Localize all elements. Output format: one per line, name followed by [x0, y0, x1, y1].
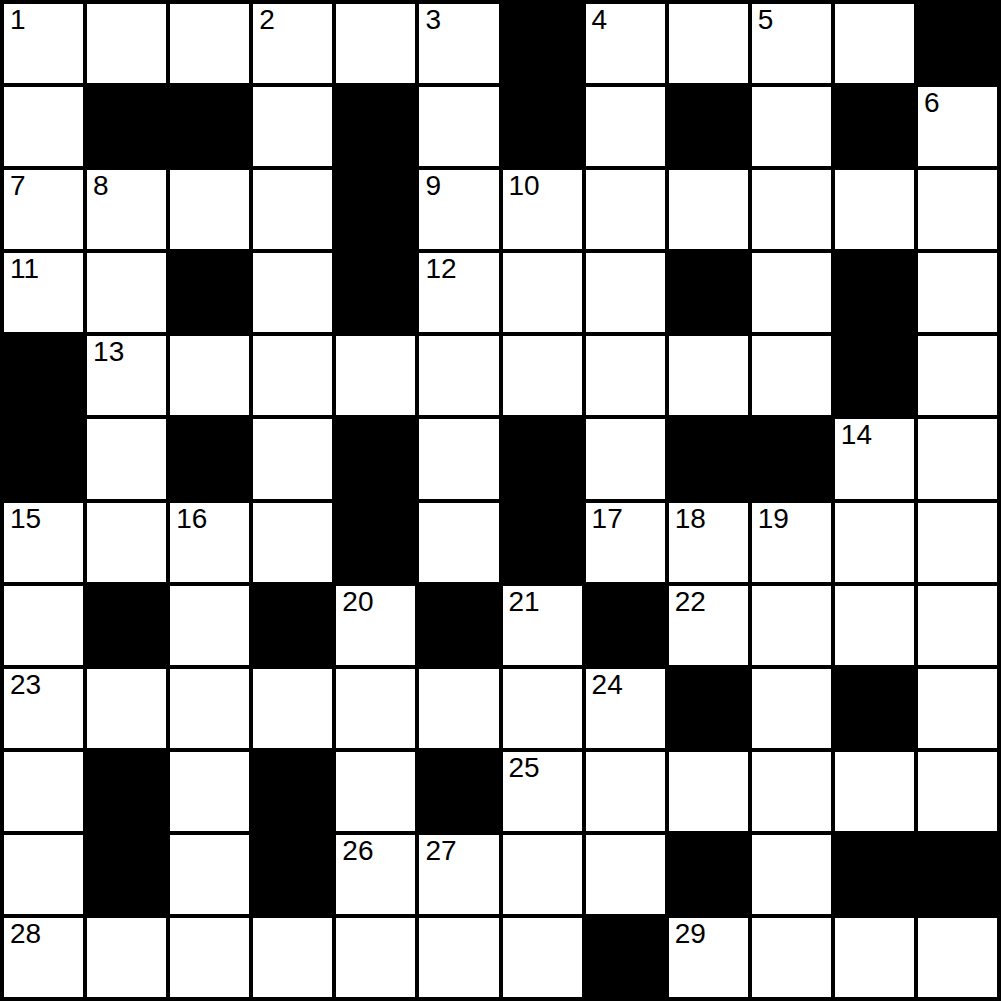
white-cell-r4c4[interactable] — [253, 253, 332, 332]
white-cell-r8c7[interactable]: 21 — [503, 586, 582, 665]
black-cell-r9c9 — [669, 669, 748, 748]
black-cell-r2c7 — [503, 87, 582, 166]
white-cell-r3c4[interactable] — [253, 170, 332, 249]
clue-number-28: 28 — [10, 919, 41, 950]
white-cell-r4c1[interactable]: 11 — [4, 253, 83, 332]
clue-number-19: 19 — [758, 504, 789, 535]
white-cell-r10c10[interactable] — [752, 752, 831, 831]
white-cell-r8c10[interactable] — [752, 586, 831, 665]
white-cell-r2c8[interactable] — [586, 87, 665, 166]
white-cell-r5c5[interactable] — [336, 336, 415, 415]
white-cell-r3c1[interactable]: 7 — [4, 170, 83, 249]
white-cell-r7c1[interactable]: 15 — [4, 503, 83, 582]
clue-number-29: 29 — [675, 919, 706, 950]
black-cell-r5c11 — [835, 336, 914, 415]
clue-number-12: 12 — [425, 254, 456, 285]
white-cell-r12c9[interactable]: 29 — [669, 918, 748, 997]
white-cell-r10c8[interactable] — [586, 752, 665, 831]
black-cell-r7c7 — [503, 503, 582, 582]
clue-number-11: 11 — [10, 254, 39, 285]
white-cell-r3c9[interactable] — [669, 170, 748, 249]
black-cell-r8c4 — [253, 586, 332, 665]
clue-number-25: 25 — [509, 753, 540, 784]
white-cell-r1c9[interactable] — [669, 4, 748, 83]
black-cell-r4c9 — [669, 253, 748, 332]
clue-number-4: 4 — [592, 5, 608, 36]
white-cell-r8c9[interactable]: 22 — [669, 586, 748, 665]
white-cell-r9c1[interactable]: 23 — [4, 669, 83, 748]
white-cell-r5c9[interactable] — [669, 336, 748, 415]
white-cell-r9c3[interactable] — [170, 669, 249, 748]
white-cell-r10c3[interactable] — [170, 752, 249, 831]
white-cell-r6c12[interactable] — [918, 419, 997, 498]
white-cell-r3c6[interactable]: 9 — [419, 170, 498, 249]
black-cell-r2c3 — [170, 87, 249, 166]
white-cell-r11c1[interactable] — [4, 835, 83, 914]
white-cell-r1c2[interactable] — [87, 4, 166, 83]
crossword-board: 1234567891011121314151617181920212223242… — [0, 0, 1001, 1001]
white-cell-r9c2[interactable] — [87, 669, 166, 748]
white-cell-r5c2[interactable]: 13 — [87, 336, 166, 415]
white-cell-r7c6[interactable] — [419, 503, 498, 582]
white-cell-r12c12[interactable] — [918, 918, 997, 997]
white-cell-r10c1[interactable] — [4, 752, 83, 831]
white-cell-r4c7[interactable] — [503, 253, 582, 332]
black-cell-r10c6 — [419, 752, 498, 831]
white-cell-r11c3[interactable] — [170, 835, 249, 914]
clue-number-6: 6 — [924, 88, 940, 119]
black-cell-r8c8 — [586, 586, 665, 665]
clue-number-16: 16 — [176, 504, 207, 535]
black-cell-r2c11 — [835, 87, 914, 166]
white-cell-r10c5[interactable] — [336, 752, 415, 831]
white-cell-r11c10[interactable] — [752, 835, 831, 914]
clue-number-5: 5 — [758, 5, 774, 36]
black-cell-r3c5 — [336, 170, 415, 249]
black-cell-r12c8 — [586, 918, 665, 997]
white-cell-r8c3[interactable] — [170, 586, 249, 665]
white-cell-r1c3[interactable] — [170, 4, 249, 83]
white-cell-r12c5[interactable] — [336, 918, 415, 997]
clue-number-22: 22 — [675, 587, 706, 618]
white-cell-r8c1[interactable] — [4, 586, 83, 665]
clue-number-7: 7 — [10, 171, 26, 202]
clue-number-13: 13 — [93, 337, 124, 368]
white-cell-r3c2[interactable]: 8 — [87, 170, 166, 249]
black-cell-r11c4 — [253, 835, 332, 914]
black-cell-r8c2 — [87, 586, 166, 665]
black-cell-r6c1 — [4, 419, 83, 498]
white-cell-r10c7[interactable]: 25 — [503, 752, 582, 831]
black-cell-r9c11 — [835, 669, 914, 748]
white-cell-r3c10[interactable] — [752, 170, 831, 249]
white-cell-r9c6[interactable] — [419, 669, 498, 748]
white-cell-r7c3[interactable]: 16 — [170, 503, 249, 582]
black-cell-r6c9 — [669, 419, 748, 498]
clue-number-26: 26 — [342, 836, 373, 867]
white-cell-r8c12[interactable] — [918, 586, 997, 665]
white-cell-r11c6[interactable]: 27 — [419, 835, 498, 914]
white-cell-r9c12[interactable] — [918, 669, 997, 748]
white-cell-r2c4[interactable] — [253, 87, 332, 166]
white-cell-r4c8[interactable] — [586, 253, 665, 332]
black-cell-r2c2 — [87, 87, 166, 166]
white-cell-r6c4[interactable] — [253, 419, 332, 498]
white-cell-r1c5[interactable] — [336, 4, 415, 83]
white-cell-r3c7[interactable]: 10 — [503, 170, 582, 249]
white-cell-r10c11[interactable] — [835, 752, 914, 831]
white-cell-r7c11[interactable] — [835, 503, 914, 582]
white-cell-r6c8[interactable] — [586, 419, 665, 498]
black-cell-r10c4 — [253, 752, 332, 831]
black-cell-r2c9 — [669, 87, 748, 166]
clue-number-27: 27 — [425, 836, 456, 867]
white-cell-r1c10[interactable]: 5 — [752, 4, 831, 83]
clue-number-15: 15 — [10, 504, 41, 535]
black-cell-r4c5 — [336, 253, 415, 332]
white-cell-r12c11[interactable] — [835, 918, 914, 997]
black-cell-r8c6 — [419, 586, 498, 665]
black-cell-r7c5 — [336, 503, 415, 582]
white-cell-r2c6[interactable] — [419, 87, 498, 166]
white-cell-r12c3[interactable] — [170, 918, 249, 997]
black-cell-r5c1 — [4, 336, 83, 415]
white-cell-r2c12[interactable]: 6 — [918, 87, 997, 166]
black-cell-r11c12 — [918, 835, 997, 914]
white-cell-r3c3[interactable] — [170, 170, 249, 249]
clue-number-24: 24 — [592, 670, 623, 701]
white-cell-r9c8[interactable]: 24 — [586, 669, 665, 748]
white-cell-r4c10[interactable] — [752, 253, 831, 332]
white-cell-r2c1[interactable] — [4, 87, 83, 166]
black-cell-r2c5 — [336, 87, 415, 166]
clue-number-1: 1 — [10, 5, 26, 36]
white-cell-r12c7[interactable] — [503, 918, 582, 997]
white-cell-r11c7[interactable] — [503, 835, 582, 914]
clue-number-9: 9 — [425, 171, 441, 202]
white-cell-r7c4[interactable] — [253, 503, 332, 582]
clue-number-14: 14 — [841, 420, 872, 451]
clue-number-8: 8 — [93, 171, 109, 202]
white-cell-r10c9[interactable] — [669, 752, 748, 831]
white-cell-r1c8[interactable]: 4 — [586, 4, 665, 83]
black-cell-r6c3 — [170, 419, 249, 498]
white-cell-r8c11[interactable] — [835, 586, 914, 665]
white-cell-r6c2[interactable] — [87, 419, 166, 498]
white-cell-r11c8[interactable] — [586, 835, 665, 914]
clue-number-2: 2 — [259, 5, 275, 36]
white-cell-r1c1[interactable]: 1 — [4, 4, 83, 83]
white-cell-r5c8[interactable] — [586, 336, 665, 415]
black-cell-r6c5 — [336, 419, 415, 498]
white-cell-r3c12[interactable] — [918, 170, 997, 249]
white-cell-r12c6[interactable] — [419, 918, 498, 997]
white-cell-r7c2[interactable] — [87, 503, 166, 582]
white-cell-r4c12[interactable] — [918, 253, 997, 332]
white-cell-r10c12[interactable] — [918, 752, 997, 831]
white-cell-r12c2[interactable] — [87, 918, 166, 997]
white-cell-r12c4[interactable] — [253, 918, 332, 997]
clue-number-23: 23 — [10, 670, 41, 701]
white-cell-r2c10[interactable] — [752, 87, 831, 166]
white-cell-r3c8[interactable] — [586, 170, 665, 249]
black-cell-r11c9 — [669, 835, 748, 914]
white-cell-r9c7[interactable] — [503, 669, 582, 748]
white-cell-r1c6[interactable]: 3 — [419, 4, 498, 83]
white-cell-r11c5[interactable]: 26 — [336, 835, 415, 914]
black-cell-r6c10 — [752, 419, 831, 498]
white-cell-r1c4[interactable]: 2 — [253, 4, 332, 83]
black-cell-r11c2 — [87, 835, 166, 914]
black-cell-r6c7 — [503, 419, 582, 498]
white-cell-r9c10[interactable] — [752, 669, 831, 748]
white-cell-r5c3[interactable] — [170, 336, 249, 415]
white-cell-r9c4[interactable] — [253, 669, 332, 748]
black-cell-r4c11 — [835, 253, 914, 332]
white-cell-r7c10[interactable]: 19 — [752, 503, 831, 582]
white-cell-r4c6[interactable]: 12 — [419, 253, 498, 332]
white-cell-r5c12[interactable] — [918, 336, 997, 415]
white-cell-r6c11[interactable]: 14 — [835, 419, 914, 498]
black-cell-r1c7 — [503, 4, 582, 83]
white-cell-r1c11[interactable] — [835, 4, 914, 83]
white-cell-r7c12[interactable] — [918, 503, 997, 582]
black-cell-r1c12 — [918, 4, 997, 83]
black-cell-r10c2 — [87, 752, 166, 831]
white-cell-r5c4[interactable] — [253, 336, 332, 415]
clue-number-17: 17 — [592, 504, 623, 535]
white-cell-r8c5[interactable]: 20 — [336, 586, 415, 665]
white-cell-r7c8[interactable]: 17 — [586, 503, 665, 582]
white-cell-r4c2[interactable] — [87, 253, 166, 332]
white-cell-r5c10[interactable] — [752, 336, 831, 415]
white-cell-r5c7[interactable] — [503, 336, 582, 415]
clue-number-10: 10 — [509, 171, 540, 202]
white-cell-r12c1[interactable]: 28 — [4, 918, 83, 997]
white-cell-r7c9[interactable]: 18 — [669, 503, 748, 582]
clue-number-3: 3 — [425, 5, 441, 36]
white-cell-r9c5[interactable] — [336, 669, 415, 748]
white-cell-r12c10[interactable] — [752, 918, 831, 997]
black-cell-r11c11 — [835, 835, 914, 914]
white-cell-r3c11[interactable] — [835, 170, 914, 249]
white-cell-r5c6[interactable] — [419, 336, 498, 415]
clue-number-21: 21 — [509, 587, 540, 618]
black-cell-r4c3 — [170, 253, 249, 332]
white-cell-r6c6[interactable] — [419, 419, 498, 498]
clue-number-20: 20 — [342, 587, 373, 618]
clue-number-18: 18 — [675, 504, 706, 535]
